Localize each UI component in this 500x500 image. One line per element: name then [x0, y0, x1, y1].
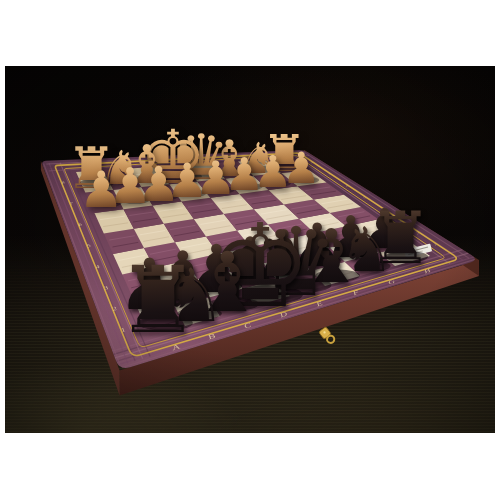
- chess-set-photo: ABCDEFGH1122334455667788 ♜♞♝♚♛♝♞♜♟♟♟♟♟♟♟…: [5, 66, 495, 433]
- piece-white-pawn-a7: ♟: [79, 165, 124, 215]
- product-photo-page: ABCDEFGH1122334455667788 ♜♞♝♚♛♝♞♜♟♟♟♟♟♟♟…: [0, 0, 500, 500]
- piece-black-rook-a1: ♜: [116, 254, 199, 347]
